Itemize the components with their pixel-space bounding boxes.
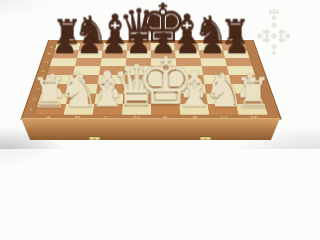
square-a7: ♟: [52, 50, 78, 58]
piece-black-pawn-b7: ♟: [77, 29, 102, 57]
square-g7: ♟: [199, 50, 225, 58]
piece-black-pawn-h7: ♟: [224, 29, 249, 57]
chess-shop-logo-watermark-icon: [251, 5, 297, 59]
board-front-edge: [21, 118, 280, 140]
square-h1: ♜: [236, 104, 268, 115]
square-b7: ♟: [77, 50, 103, 58]
chess-board: ♜♞♝♛♚♝♞♜♟♟♟♟♟♟♟♟♟♟♟♟♟♟♟♟♜♞♝♛♚♝♞♜ ABCDEFG…: [20, 40, 281, 120]
piece-white-rook-h1: ♜: [234, 73, 271, 114]
board-squares: ♜♞♝♛♚♝♞♜♟♟♟♟♟♟♟♟♟♟♟♟♟♟♟♟♜♞♝♛♚♝♞♜: [34, 43, 267, 115]
rank-label-6: 6: [43, 58, 50, 66]
piece-black-pawn-a7: ♟: [52, 29, 77, 57]
square-h7: ♟: [223, 50, 250, 58]
rank-label-7: 7: [46, 50, 52, 58]
piece-black-pawn-g7: ♟: [200, 29, 225, 57]
